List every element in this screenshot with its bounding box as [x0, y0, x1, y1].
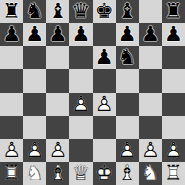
square-g6[interactable]	[139, 46, 162, 69]
square-g1[interactable]: ♞♘	[139, 162, 162, 185]
white-pawn-outline: ♙	[116, 139, 139, 162]
square-a1[interactable]: ♜♖	[0, 162, 23, 185]
square-d3[interactable]	[69, 116, 92, 139]
black-pawn-glyph: ♟	[23, 23, 46, 46]
piece-white-queen[interactable]: ♛♕	[69, 162, 92, 185]
square-f8[interactable]: ♝	[116, 0, 139, 23]
square-e5[interactable]	[93, 69, 116, 92]
square-h8[interactable]: ♜	[162, 0, 185, 23]
square-g5[interactable]	[139, 69, 162, 92]
white-knight-outline: ♘	[139, 162, 162, 185]
white-pawn-outline: ♙	[23, 139, 46, 162]
white-pawn-outline: ♙	[93, 93, 116, 116]
square-e8[interactable]: ♚	[93, 0, 116, 23]
black-rook-glyph: ♜	[162, 0, 185, 23]
square-h3[interactable]	[162, 116, 185, 139]
square-b8[interactable]: ♞	[23, 0, 46, 23]
square-b4[interactable]	[23, 93, 46, 116]
black-rook-glyph: ♜	[0, 0, 23, 23]
black-knight-glyph: ♞	[23, 0, 46, 23]
black-pawn-glyph: ♟	[93, 46, 116, 69]
square-c2[interactable]: ♟♙	[46, 139, 69, 162]
black-bishop-glyph: ♝	[46, 0, 69, 23]
piece-white-knight[interactable]: ♞♘	[139, 162, 162, 185]
square-h1[interactable]: ♜♖	[162, 162, 185, 185]
piece-black-pawn[interactable]: ♟	[69, 23, 92, 46]
white-pawn-outline: ♙	[0, 139, 23, 162]
piece-white-rook[interactable]: ♜♖	[0, 162, 23, 185]
black-pawn-glyph: ♟	[46, 23, 69, 46]
piece-black-knight[interactable]: ♞	[23, 0, 46, 23]
white-pawn-outline: ♙	[46, 139, 69, 162]
square-f5[interactable]	[116, 69, 139, 92]
square-e2[interactable]	[93, 139, 116, 162]
white-pawn-outline: ♙	[69, 93, 92, 116]
white-pawn-outline: ♙	[162, 139, 185, 162]
square-g2[interactable]: ♟♙	[139, 139, 162, 162]
piece-black-knight[interactable]: ♞	[116, 46, 139, 69]
square-b2[interactable]: ♟♙	[23, 139, 46, 162]
square-b5[interactable]	[23, 69, 46, 92]
black-pawn-glyph: ♟	[139, 23, 162, 46]
piece-black-pawn[interactable]: ♟	[46, 23, 69, 46]
square-a4[interactable]	[0, 93, 23, 116]
square-h2[interactable]: ♟♙	[162, 139, 185, 162]
black-pawn-glyph: ♟	[69, 23, 92, 46]
square-d4[interactable]: ♟♙	[69, 93, 92, 116]
piece-white-king[interactable]: ♚♔	[93, 162, 116, 185]
square-a7[interactable]: ♟	[0, 23, 23, 46]
black-pawn-glyph: ♟	[162, 23, 185, 46]
square-f1[interactable]: ♝♗	[116, 162, 139, 185]
square-h6[interactable]	[162, 46, 185, 69]
square-d2[interactable]	[69, 139, 92, 162]
square-d7[interactable]: ♟	[69, 23, 92, 46]
piece-white-knight[interactable]: ♞♘	[23, 162, 46, 185]
piece-black-pawn[interactable]: ♟	[139, 23, 162, 46]
square-f3[interactable]	[116, 116, 139, 139]
black-queen-glyph: ♛	[69, 0, 92, 23]
white-rook-outline: ♖	[162, 162, 185, 185]
white-bishop-outline: ♗	[46, 162, 69, 185]
white-pawn-outline: ♙	[139, 139, 162, 162]
square-b6[interactable]	[23, 46, 46, 69]
square-e7[interactable]	[93, 23, 116, 46]
square-a2[interactable]: ♟♙	[0, 139, 23, 162]
square-d6[interactable]	[69, 46, 92, 69]
black-pawn-glyph: ♟	[116, 23, 139, 46]
square-f6[interactable]: ♞	[116, 46, 139, 69]
square-f7[interactable]: ♟	[116, 23, 139, 46]
white-rook-outline: ♖	[0, 162, 23, 185]
white-queen-outline: ♕	[69, 162, 92, 185]
piece-white-bishop[interactable]: ♝♗	[116, 162, 139, 185]
piece-white-pawn[interactable]: ♟♙	[23, 139, 46, 162]
piece-black-rook[interactable]: ♜	[162, 0, 185, 23]
piece-white-pawn[interactable]: ♟♙	[0, 139, 23, 162]
piece-black-pawn[interactable]: ♟	[162, 23, 185, 46]
black-knight-glyph: ♞	[116, 46, 139, 69]
piece-black-pawn[interactable]: ♟	[116, 23, 139, 46]
piece-white-pawn[interactable]: ♟♙	[162, 139, 185, 162]
piece-white-rook[interactable]: ♜♖	[162, 162, 185, 185]
square-b7[interactable]: ♟	[23, 23, 46, 46]
square-c7[interactable]: ♟	[46, 23, 69, 46]
square-d5[interactable]	[69, 69, 92, 92]
square-a6[interactable]	[0, 46, 23, 69]
piece-white-bishop[interactable]: ♝♗	[46, 162, 69, 185]
black-bishop-glyph: ♝	[116, 0, 139, 23]
square-h4[interactable]	[162, 93, 185, 116]
square-c5[interactable]	[46, 69, 69, 92]
square-b1[interactable]: ♞♘	[23, 162, 46, 185]
piece-white-pawn[interactable]: ♟♙	[46, 139, 69, 162]
black-pawn-glyph: ♟	[0, 23, 23, 46]
square-d1[interactable]: ♛♕	[69, 162, 92, 185]
black-king-glyph: ♚	[93, 0, 116, 23]
white-knight-outline: ♘	[23, 162, 46, 185]
square-e3[interactable]	[93, 116, 116, 139]
piece-black-pawn[interactable]: ♟	[23, 23, 46, 46]
square-c6[interactable]	[46, 46, 69, 69]
square-e6[interactable]: ♟	[93, 46, 116, 69]
square-c1[interactable]: ♝♗	[46, 162, 69, 185]
piece-white-pawn[interactable]: ♟♙	[69, 93, 92, 116]
square-h5[interactable]	[162, 69, 185, 92]
piece-white-pawn[interactable]: ♟♙	[116, 139, 139, 162]
square-d8[interactable]: ♛	[69, 0, 92, 23]
square-g7[interactable]: ♟	[139, 23, 162, 46]
square-g8[interactable]	[139, 0, 162, 23]
piece-black-king[interactable]: ♚	[93, 0, 116, 23]
square-g4[interactable]	[139, 93, 162, 116]
piece-black-rook[interactable]: ♜	[0, 0, 23, 23]
white-king-outline: ♔	[93, 162, 116, 185]
square-f4[interactable]	[116, 93, 139, 116]
square-c3[interactable]	[46, 116, 69, 139]
piece-white-pawn[interactable]: ♟♙	[139, 139, 162, 162]
square-e4[interactable]: ♟♙	[93, 93, 116, 116]
piece-black-pawn[interactable]: ♟	[93, 46, 116, 69]
square-b3[interactable]	[23, 116, 46, 139]
chess-board: ♜♞♝♛♚♝♜♟♟♟♟♟♟♟♟♞♟♙♟♙♟♙♟♙♟♙♟♙♟♙♟♙♜♖♞♘♝♗♛♕…	[0, 0, 185, 185]
square-a5[interactable]	[0, 69, 23, 92]
piece-black-bishop[interactable]: ♝	[46, 0, 69, 23]
square-g3[interactable]	[139, 116, 162, 139]
piece-black-pawn[interactable]: ♟	[0, 23, 23, 46]
square-a8[interactable]: ♜	[0, 0, 23, 23]
square-a3[interactable]	[0, 116, 23, 139]
square-c8[interactable]: ♝	[46, 0, 69, 23]
square-f2[interactable]: ♟♙	[116, 139, 139, 162]
piece-white-pawn[interactable]: ♟♙	[93, 93, 116, 116]
square-e1[interactable]: ♚♔	[93, 162, 116, 185]
white-bishop-outline: ♗	[116, 162, 139, 185]
square-c4[interactable]	[46, 93, 69, 116]
square-h7[interactable]: ♟	[162, 23, 185, 46]
piece-black-queen[interactable]: ♛	[69, 0, 92, 23]
piece-black-bishop[interactable]: ♝	[116, 0, 139, 23]
